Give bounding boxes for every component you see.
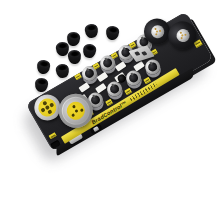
port-number-tag [92, 62, 99, 69]
io-port-m12 [142, 57, 162, 77]
power-polarity-tag [49, 132, 57, 139]
protective-cap [105, 25, 119, 40]
address-tag [78, 82, 89, 92]
address-tag [115, 61, 126, 71]
io-module-body: BradControl™ [26, 11, 214, 151]
protective-cap [55, 63, 70, 79]
port-number-tag [74, 73, 81, 80]
port-number-tag [111, 52, 118, 59]
protective-cap [34, 78, 48, 93]
protective-cap [67, 50, 81, 65]
address-tag [95, 83, 106, 93]
protective-cap [82, 43, 97, 59]
port-number-tag [105, 99, 112, 106]
protective-cap [36, 59, 50, 74]
port-number-tag [129, 41, 136, 48]
address-tag [97, 72, 108, 82]
network-port-m12 [163, 16, 201, 54]
protective-cap [84, 23, 99, 38]
address-tag [133, 61, 144, 71]
product-photo: BradControl™ [0, 0, 220, 198]
